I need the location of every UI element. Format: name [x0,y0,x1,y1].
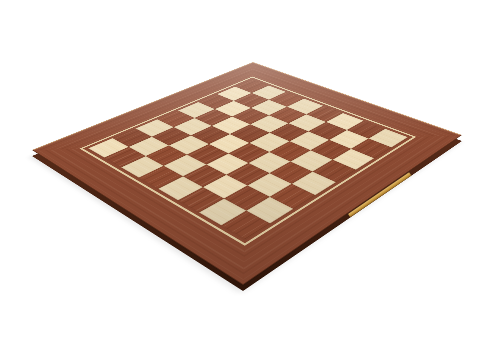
chessboard [32,62,462,285]
chessboard-product-photo [0,0,480,350]
